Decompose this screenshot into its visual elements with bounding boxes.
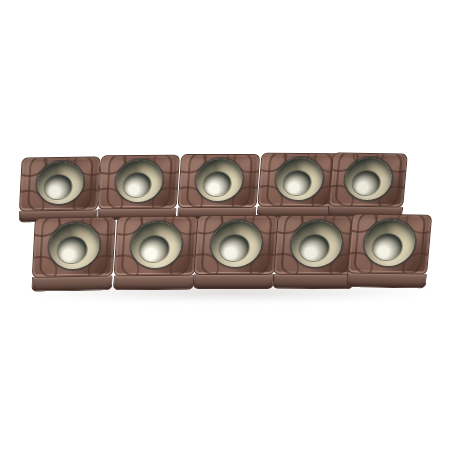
carbide-insert <box>177 154 260 219</box>
insert-side-face <box>192 274 274 289</box>
center-hole-bore <box>57 237 87 264</box>
carbide-insert <box>31 216 116 291</box>
insert-side-face <box>272 274 354 290</box>
center-hole-bore <box>44 175 72 199</box>
carbide-insert <box>346 213 432 288</box>
insert-top-face <box>19 156 101 211</box>
product-photo <box>0 0 450 450</box>
carbide-insert <box>113 216 199 291</box>
center-hole-bore <box>298 235 329 261</box>
carbide-insert <box>327 152 408 218</box>
carbide-insert <box>97 155 180 221</box>
center-hole-bore <box>218 235 249 261</box>
insert-top-face <box>178 154 261 208</box>
center-hole-bore <box>372 234 403 260</box>
insert-side-face <box>346 272 427 288</box>
insert-side-face <box>31 275 113 291</box>
carbide-insert <box>192 215 278 289</box>
carbide-insert <box>18 156 100 222</box>
insert-top-face <box>193 215 278 275</box>
insert-top-face <box>114 216 199 277</box>
insert-side-face <box>113 275 195 291</box>
center-hole-bore <box>138 236 169 262</box>
center-hole-bore <box>282 171 311 195</box>
insert-top-face <box>98 155 180 210</box>
insert-top-face <box>347 213 432 274</box>
insert-top-face <box>273 215 359 276</box>
insert-top-face <box>32 216 116 277</box>
center-hole-bore <box>203 172 232 196</box>
insert-top-face <box>328 152 408 207</box>
center-hole-bore <box>123 173 151 197</box>
center-hole-bore <box>351 171 380 195</box>
